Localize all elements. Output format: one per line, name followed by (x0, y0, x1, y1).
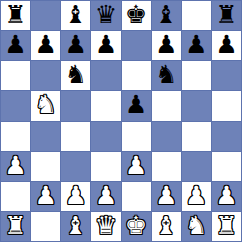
square-f2[interactable]: ♟ (152, 182, 181, 211)
chess-board: ♜♝♛♚♝♜♟♟♟♟♟♟♟♞♞♞♟♟♟♟♟♟♟♟♟♜♝♛♚♝♞♜ (0, 0, 242, 242)
white-pawn[interactable]: ♟ (215, 183, 237, 208)
square-a5[interactable] (1, 91, 30, 120)
square-c4[interactable] (61, 122, 90, 151)
square-e6[interactable] (122, 61, 151, 90)
square-a6[interactable] (1, 61, 30, 90)
square-b6[interactable] (31, 61, 60, 90)
square-a8[interactable]: ♜ (1, 1, 30, 30)
square-c6[interactable]: ♞ (61, 61, 90, 90)
white-knight[interactable]: ♞ (185, 213, 207, 238)
black-knight[interactable]: ♞ (65, 62, 87, 87)
square-b7[interactable]: ♟ (31, 31, 60, 60)
square-a3[interactable]: ♟ (1, 152, 30, 181)
black-king[interactable]: ♚ (125, 2, 147, 27)
square-g7[interactable]: ♟ (182, 31, 211, 60)
square-g6[interactable] (182, 61, 211, 90)
white-pawn[interactable]: ♟ (4, 153, 26, 178)
white-pawn[interactable]: ♟ (185, 183, 207, 208)
square-f4[interactable] (152, 122, 181, 151)
square-d6[interactable] (91, 61, 120, 90)
black-pawn[interactable]: ♟ (185, 32, 207, 57)
black-bishop[interactable]: ♝ (155, 2, 177, 27)
square-d3[interactable] (91, 152, 120, 181)
square-h4[interactable] (212, 122, 241, 151)
square-e3[interactable]: ♟ (122, 152, 151, 181)
square-d2[interactable]: ♟ (91, 182, 120, 211)
square-b3[interactable] (31, 152, 60, 181)
square-f1[interactable]: ♝ (152, 212, 181, 241)
white-knight[interactable]: ♞ (34, 92, 56, 117)
square-e1[interactable]: ♚ (122, 212, 151, 241)
black-pawn[interactable]: ♟ (215, 32, 237, 57)
square-b8[interactable] (31, 1, 60, 30)
square-c5[interactable] (61, 91, 90, 120)
black-pawn[interactable]: ♟ (95, 32, 117, 57)
square-b1[interactable] (31, 212, 60, 241)
black-queen[interactable]: ♛ (95, 2, 117, 27)
black-knight[interactable]: ♞ (155, 62, 177, 87)
square-e5[interactable]: ♟ (122, 91, 151, 120)
white-pawn[interactable]: ♟ (65, 183, 87, 208)
square-c2[interactable]: ♟ (61, 182, 90, 211)
square-h5[interactable] (212, 91, 241, 120)
square-a4[interactable] (1, 122, 30, 151)
square-c3[interactable] (61, 152, 90, 181)
white-bishop[interactable]: ♝ (65, 213, 87, 238)
square-e8[interactable]: ♚ (122, 1, 151, 30)
square-f7[interactable]: ♟ (152, 31, 181, 60)
square-b4[interactable] (31, 122, 60, 151)
black-rook[interactable]: ♜ (215, 2, 237, 27)
square-f3[interactable] (152, 152, 181, 181)
square-c1[interactable]: ♝ (61, 212, 90, 241)
square-d5[interactable] (91, 91, 120, 120)
white-king[interactable]: ♚ (125, 213, 147, 238)
square-a2[interactable] (1, 182, 30, 211)
square-h6[interactable] (212, 61, 241, 90)
square-a7[interactable]: ♟ (1, 31, 30, 60)
square-h2[interactable]: ♟ (212, 182, 241, 211)
black-pawn[interactable]: ♟ (155, 32, 177, 57)
square-d1[interactable]: ♛ (91, 212, 120, 241)
white-pawn[interactable]: ♟ (34, 183, 56, 208)
square-b5[interactable]: ♞ (31, 91, 60, 120)
black-pawn[interactable]: ♟ (34, 32, 56, 57)
black-bishop[interactable]: ♝ (65, 2, 87, 27)
square-e7[interactable] (122, 31, 151, 60)
square-g4[interactable] (182, 122, 211, 151)
square-f6[interactable]: ♞ (152, 61, 181, 90)
square-h7[interactable]: ♟ (212, 31, 241, 60)
black-rook[interactable]: ♜ (4, 2, 26, 27)
square-d4[interactable] (91, 122, 120, 151)
square-c8[interactable]: ♝ (61, 1, 90, 30)
square-d7[interactable]: ♟ (91, 31, 120, 60)
square-h8[interactable]: ♜ (212, 1, 241, 30)
white-pawn[interactable]: ♟ (125, 153, 147, 178)
square-g3[interactable] (182, 152, 211, 181)
square-d8[interactable]: ♛ (91, 1, 120, 30)
white-rook[interactable]: ♜ (4, 213, 26, 238)
white-pawn[interactable]: ♟ (95, 183, 117, 208)
square-e2[interactable] (122, 182, 151, 211)
white-bishop[interactable]: ♝ (155, 213, 177, 238)
square-a1[interactable]: ♜ (1, 212, 30, 241)
square-c7[interactable]: ♟ (61, 31, 90, 60)
white-pawn[interactable]: ♟ (155, 183, 177, 208)
square-g1[interactable]: ♞ (182, 212, 211, 241)
black-pawn[interactable]: ♟ (125, 92, 147, 117)
square-g8[interactable] (182, 1, 211, 30)
square-e4[interactable] (122, 122, 151, 151)
white-queen[interactable]: ♛ (95, 213, 117, 238)
square-h3[interactable] (212, 152, 241, 181)
white-rook[interactable]: ♜ (215, 213, 237, 238)
black-pawn[interactable]: ♟ (65, 32, 87, 57)
square-g5[interactable] (182, 91, 211, 120)
square-h1[interactable]: ♜ (212, 212, 241, 241)
square-g2[interactable]: ♟ (182, 182, 211, 211)
square-f8[interactable]: ♝ (152, 1, 181, 30)
black-pawn[interactable]: ♟ (4, 32, 26, 57)
square-f5[interactable] (152, 91, 181, 120)
square-b2[interactable]: ♟ (31, 182, 60, 211)
